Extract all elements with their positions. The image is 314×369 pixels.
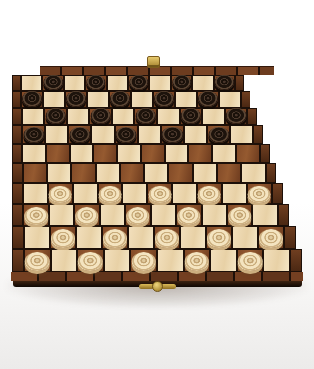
- board-row: [12, 125, 263, 144]
- board-square[interactable]: [215, 76, 234, 90]
- board-square[interactable]: [50, 205, 73, 225]
- board-square[interactable]: [118, 145, 140, 162]
- board-square[interactable]: [181, 109, 202, 125]
- light-piece[interactable]: [238, 252, 263, 271]
- board-square[interactable]: [103, 227, 127, 248]
- board-square[interactable]: [203, 109, 224, 125]
- board-square[interactable]: [176, 92, 196, 107]
- board-square[interactable]: [105, 250, 130, 272]
- light-piece[interactable]: [248, 186, 271, 204]
- board-square[interactable]: [152, 205, 175, 225]
- board-square[interactable]: [23, 145, 45, 162]
- dark-piece[interactable]: [154, 91, 174, 107]
- dark-piece[interactable]: [181, 108, 202, 124]
- frame-segment-left: [13, 205, 22, 225]
- board-square[interactable]: [22, 76, 41, 90]
- clasp-wing-right: [161, 284, 176, 289]
- brass-clasp-icon: [136, 280, 178, 292]
- board-square[interactable]: [25, 250, 50, 272]
- board-square[interactable]: [22, 92, 42, 107]
- board-square[interactable]: [185, 126, 206, 143]
- dark-piece[interactable]: [110, 91, 130, 107]
- board-square[interactable]: [208, 126, 229, 143]
- board-square[interactable]: [90, 109, 111, 125]
- dark-piece[interactable]: [198, 91, 218, 107]
- board-square[interactable]: [116, 126, 137, 143]
- dark-piece[interactable]: [162, 127, 183, 143]
- frame-segment-right: [254, 126, 262, 143]
- board-row: [12, 91, 250, 108]
- dark-piece[interactable]: [86, 75, 105, 90]
- board-square[interactable]: [207, 227, 231, 248]
- board-square[interactable]: [52, 250, 77, 272]
- board-square[interactable]: [142, 145, 164, 162]
- light-piece[interactable]: [148, 186, 171, 204]
- board-row: [12, 249, 302, 273]
- board-square[interactable]: [86, 76, 105, 90]
- board-square[interactable]: [158, 250, 183, 272]
- dark-piece[interactable]: [45, 108, 66, 124]
- board-square[interactable]: [213, 145, 235, 162]
- board-square[interactable]: [65, 76, 84, 90]
- board-square[interactable]: [92, 126, 113, 143]
- board-square[interactable]: [48, 164, 70, 182]
- board-square[interactable]: [74, 184, 97, 203]
- board-square[interactable]: [223, 184, 246, 203]
- board-square[interactable]: [129, 76, 148, 90]
- board-square[interactable]: [66, 92, 86, 107]
- light-piece[interactable]: [78, 252, 103, 271]
- light-piece[interactable]: [131, 252, 156, 271]
- product-photo-scene: [0, 0, 314, 369]
- frame-segment-left: [13, 227, 23, 248]
- frame-segment-left: [13, 145, 21, 162]
- dark-piece[interactable]: [69, 127, 90, 143]
- frame-segment-right: [267, 164, 276, 182]
- dark-piece[interactable]: [208, 127, 229, 143]
- board-square[interactable]: [131, 250, 156, 272]
- board-square[interactable]: [121, 164, 143, 182]
- board-square[interactable]: [193, 76, 212, 90]
- board-square[interactable]: [75, 205, 98, 225]
- board-square[interactable]: [69, 126, 90, 143]
- light-piece[interactable]: [51, 229, 75, 248]
- light-piece[interactable]: [24, 207, 47, 225]
- board-square[interactable]: [203, 205, 226, 225]
- light-piece[interactable]: [75, 207, 98, 225]
- board-row: [12, 144, 270, 163]
- light-piece[interactable]: [185, 252, 210, 271]
- frame-segment-left: [13, 184, 22, 203]
- light-piece[interactable]: [177, 207, 200, 225]
- board-square[interactable]: [145, 164, 167, 182]
- board-square[interactable]: [43, 76, 62, 90]
- frame-segment-right: [273, 184, 282, 203]
- dark-piece[interactable]: [90, 108, 111, 124]
- checkers-board: [0, 66, 314, 287]
- board-square[interactable]: [198, 92, 218, 107]
- board-square[interactable]: [72, 164, 94, 182]
- board-square[interactable]: [101, 205, 124, 225]
- board-square[interactable]: [45, 109, 66, 125]
- board-square[interactable]: [185, 250, 210, 272]
- light-piece[interactable]: [99, 186, 122, 204]
- board-row: [12, 226, 296, 249]
- board-square[interactable]: [78, 250, 103, 272]
- dark-piece[interactable]: [22, 91, 42, 107]
- board-square[interactable]: [238, 250, 263, 272]
- frame-segment-right: [242, 92, 249, 107]
- board-square[interactable]: [97, 164, 119, 182]
- light-piece[interactable]: [198, 186, 221, 204]
- board-square[interactable]: [129, 227, 153, 248]
- board-square[interactable]: [23, 109, 44, 125]
- frame-segment-right: [279, 205, 288, 225]
- light-piece[interactable]: [228, 207, 251, 225]
- light-piece[interactable]: [49, 186, 72, 204]
- board-square[interactable]: [173, 184, 196, 203]
- board-square[interactable]: [123, 184, 146, 203]
- board-square[interactable]: [237, 145, 259, 162]
- board-row: [12, 108, 257, 126]
- dark-piece[interactable]: [43, 75, 62, 90]
- board-square[interactable]: [189, 145, 211, 162]
- frame-segment-right: [291, 250, 301, 272]
- board-row: [12, 75, 244, 91]
- frame-segment-right: [236, 76, 243, 90]
- board-square[interactable]: [231, 126, 252, 143]
- board-square[interactable]: [24, 164, 46, 182]
- board-square[interactable]: [110, 92, 130, 107]
- board-square[interactable]: [49, 184, 72, 203]
- board-square[interactable]: [108, 76, 127, 90]
- board-square[interactable]: [113, 109, 134, 125]
- board-square[interactable]: [169, 164, 191, 182]
- board-rows: [12, 75, 302, 272]
- board-square[interactable]: [94, 145, 116, 162]
- light-piece[interactable]: [259, 229, 283, 248]
- frame-segment-right: [248, 109, 256, 125]
- board-square[interactable]: [233, 227, 257, 248]
- board-square[interactable]: [155, 227, 179, 248]
- dark-piece[interactable]: [23, 127, 44, 143]
- board-square[interactable]: [194, 164, 216, 182]
- board-square[interactable]: [47, 145, 69, 162]
- board-square[interactable]: [25, 227, 49, 248]
- frame-segment-left: [13, 109, 21, 125]
- board-square[interactable]: [226, 109, 247, 125]
- frame-segment-left: [13, 126, 21, 143]
- dark-piece[interactable]: [135, 108, 156, 124]
- board-square[interactable]: [218, 164, 240, 182]
- board-square[interactable]: [154, 92, 174, 107]
- board-square[interactable]: [248, 184, 271, 203]
- board-square[interactable]: [242, 164, 264, 182]
- frame-segment-left: [13, 92, 20, 107]
- board-square[interactable]: [220, 92, 240, 107]
- board-row: [12, 163, 276, 183]
- frame-segment-right: [285, 227, 295, 248]
- board-square[interactable]: [264, 250, 289, 272]
- board-square[interactable]: [259, 227, 283, 248]
- dark-piece[interactable]: [226, 108, 247, 124]
- light-piece[interactable]: [155, 229, 179, 248]
- board-square[interactable]: [126, 205, 149, 225]
- board-square[interactable]: [228, 205, 251, 225]
- board-square[interactable]: [198, 184, 221, 203]
- board-square[interactable]: [44, 92, 64, 107]
- board-square[interactable]: [253, 205, 276, 225]
- board-square[interactable]: [148, 184, 171, 203]
- board-square[interactable]: [172, 76, 191, 90]
- board-square[interactable]: [139, 126, 160, 143]
- board-square[interactable]: [23, 126, 44, 143]
- board-square[interactable]: [158, 109, 179, 125]
- dark-piece[interactable]: [215, 75, 234, 90]
- frame-segment-left: [13, 76, 20, 90]
- board-square[interactable]: [181, 227, 205, 248]
- board-square[interactable]: [177, 205, 200, 225]
- dark-piece[interactable]: [129, 75, 148, 90]
- board-square[interactable]: [132, 92, 152, 107]
- frame-segment-left: [13, 164, 22, 182]
- board-square[interactable]: [135, 109, 156, 125]
- board-square[interactable]: [24, 205, 47, 225]
- board-square[interactable]: [211, 250, 236, 272]
- light-piece[interactable]: [207, 229, 231, 248]
- light-piece[interactable]: [103, 229, 127, 248]
- frame-segment-right: [261, 145, 269, 162]
- board-square[interactable]: [150, 76, 169, 90]
- board-square[interactable]: [99, 184, 122, 203]
- light-piece[interactable]: [126, 207, 149, 225]
- board-square[interactable]: [88, 92, 108, 107]
- dark-piece[interactable]: [172, 75, 191, 90]
- frame-segment-left: [13, 250, 23, 272]
- dark-piece[interactable]: [116, 127, 137, 143]
- board-row: [12, 204, 289, 226]
- board-square[interactable]: [77, 227, 101, 248]
- board-row: [12, 183, 283, 204]
- board-square[interactable]: [46, 126, 67, 143]
- board-square[interactable]: [166, 145, 188, 162]
- board-square[interactable]: [68, 109, 89, 125]
- board-square[interactable]: [162, 126, 183, 143]
- clasp-knob: [152, 281, 163, 292]
- board-square[interactable]: [71, 145, 93, 162]
- board-square[interactable]: [51, 227, 75, 248]
- brass-hinge-icon: [147, 56, 160, 68]
- board-square[interactable]: [24, 184, 47, 203]
- light-piece[interactable]: [25, 252, 50, 271]
- dark-piece[interactable]: [66, 91, 86, 107]
